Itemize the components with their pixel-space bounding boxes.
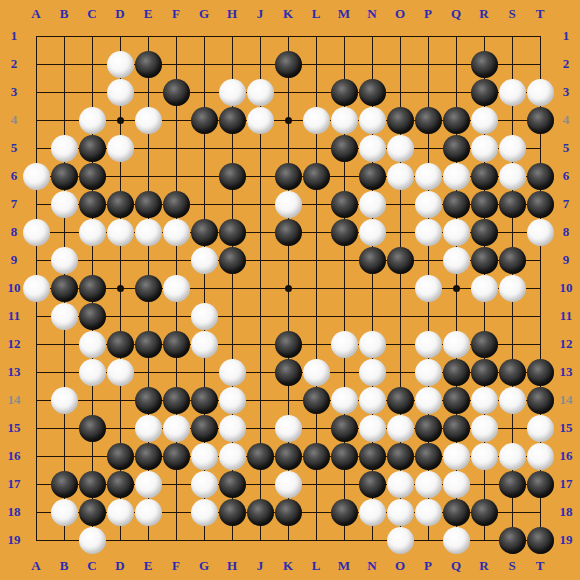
- white-stone: [359, 387, 386, 414]
- white-stone: [23, 163, 50, 190]
- coord-label-right: 9: [555, 252, 577, 268]
- coord-label-bottom: H: [221, 558, 243, 574]
- black-stone: [135, 191, 162, 218]
- black-stone: [471, 79, 498, 106]
- black-stone: [79, 303, 106, 330]
- black-stone: [387, 387, 414, 414]
- white-stone: [107, 219, 134, 246]
- coord-label-bottom: M: [333, 558, 355, 574]
- black-stone: [471, 191, 498, 218]
- white-stone: [499, 135, 526, 162]
- white-stone: [135, 471, 162, 498]
- black-stone: [275, 443, 302, 470]
- coord-label-top: M: [333, 6, 355, 22]
- coord-label-left: 2: [3, 56, 25, 72]
- black-stone: [415, 107, 442, 134]
- coord-label-left: 14: [3, 392, 25, 408]
- white-stone: [415, 163, 442, 190]
- coord-label-left: 6: [3, 168, 25, 184]
- coord-label-top: G: [193, 6, 215, 22]
- black-stone: [527, 107, 554, 134]
- white-stone: [387, 135, 414, 162]
- coord-label-bottom: S: [501, 558, 523, 574]
- coord-label-top: D: [109, 6, 131, 22]
- white-stone: [191, 499, 218, 526]
- black-stone: [471, 331, 498, 358]
- coord-label-top: L: [305, 6, 327, 22]
- black-stone: [303, 387, 330, 414]
- coord-label-right: 16: [555, 448, 577, 464]
- white-stone: [359, 135, 386, 162]
- white-stone: [191, 303, 218, 330]
- coord-label-top: T: [529, 6, 551, 22]
- white-stone: [415, 275, 442, 302]
- coord-label-bottom: Q: [445, 558, 467, 574]
- coord-label-right: 14: [555, 392, 577, 408]
- white-stone: [471, 107, 498, 134]
- black-stone: [499, 359, 526, 386]
- white-stone: [79, 107, 106, 134]
- black-stone: [163, 443, 190, 470]
- star-point: [285, 117, 292, 124]
- black-stone: [163, 331, 190, 358]
- white-stone: [191, 471, 218, 498]
- black-stone: [79, 275, 106, 302]
- white-stone: [275, 415, 302, 442]
- black-stone: [219, 163, 246, 190]
- black-stone: [387, 443, 414, 470]
- white-stone: [527, 415, 554, 442]
- black-stone: [331, 499, 358, 526]
- coord-label-right: 3: [555, 84, 577, 100]
- black-stone: [135, 275, 162, 302]
- white-stone: [359, 331, 386, 358]
- black-stone: [527, 359, 554, 386]
- white-stone: [107, 51, 134, 78]
- coord-label-right: 8: [555, 224, 577, 240]
- black-stone: [135, 387, 162, 414]
- coord-label-bottom: E: [137, 558, 159, 574]
- coord-label-top: P: [417, 6, 439, 22]
- white-stone: [51, 499, 78, 526]
- white-stone: [443, 219, 470, 246]
- black-stone: [107, 191, 134, 218]
- coord-label-top: H: [221, 6, 243, 22]
- coord-label-right: 4: [555, 112, 577, 128]
- coord-label-right: 17: [555, 476, 577, 492]
- black-stone: [527, 527, 554, 554]
- white-stone: [359, 107, 386, 134]
- white-stone: [331, 387, 358, 414]
- coord-label-left: 15: [3, 420, 25, 436]
- black-stone: [163, 387, 190, 414]
- coord-label-bottom: D: [109, 558, 131, 574]
- white-stone: [219, 79, 246, 106]
- black-stone: [359, 79, 386, 106]
- white-stone: [51, 303, 78, 330]
- white-stone: [359, 499, 386, 526]
- white-stone: [303, 107, 330, 134]
- coord-label-bottom: L: [305, 558, 327, 574]
- coord-label-bottom: T: [529, 558, 551, 574]
- black-stone: [219, 247, 246, 274]
- coord-label-top: B: [53, 6, 75, 22]
- black-stone: [219, 107, 246, 134]
- white-stone: [247, 79, 274, 106]
- black-stone: [471, 219, 498, 246]
- coord-label-bottom: J: [249, 558, 271, 574]
- coord-label-right: 7: [555, 196, 577, 212]
- coord-label-bottom: G: [193, 558, 215, 574]
- white-stone: [191, 247, 218, 274]
- white-stone: [219, 415, 246, 442]
- grid-line: [36, 316, 541, 317]
- white-stone: [415, 359, 442, 386]
- black-stone: [79, 191, 106, 218]
- black-stone: [51, 275, 78, 302]
- coord-label-left: 19: [3, 532, 25, 548]
- white-stone: [443, 163, 470, 190]
- black-stone: [471, 51, 498, 78]
- white-stone: [107, 499, 134, 526]
- coord-label-top: N: [361, 6, 383, 22]
- coord-label-right: 18: [555, 504, 577, 520]
- white-stone: [135, 415, 162, 442]
- white-stone: [107, 79, 134, 106]
- black-stone: [359, 443, 386, 470]
- black-stone: [443, 107, 470, 134]
- black-stone: [471, 499, 498, 526]
- white-stone: [527, 219, 554, 246]
- coord-label-top: C: [81, 6, 103, 22]
- white-stone: [471, 387, 498, 414]
- coord-label-left: 11: [3, 308, 25, 324]
- white-stone: [387, 499, 414, 526]
- coord-label-right: 11: [555, 308, 577, 324]
- white-stone: [191, 331, 218, 358]
- black-stone: [191, 387, 218, 414]
- coord-label-right: 1: [555, 28, 577, 44]
- black-stone: [359, 163, 386, 190]
- black-stone: [387, 107, 414, 134]
- white-stone: [415, 471, 442, 498]
- white-stone: [51, 135, 78, 162]
- white-stone: [499, 163, 526, 190]
- white-stone: [219, 443, 246, 470]
- coord-label-right: 2: [555, 56, 577, 72]
- coord-label-top: S: [501, 6, 523, 22]
- white-stone: [135, 219, 162, 246]
- white-stone: [443, 443, 470, 470]
- coord-label-left: 18: [3, 504, 25, 520]
- white-stone: [135, 499, 162, 526]
- white-stone: [51, 247, 78, 274]
- coord-label-left: 7: [3, 196, 25, 212]
- coord-label-left: 13: [3, 364, 25, 380]
- white-stone: [443, 527, 470, 554]
- white-stone: [23, 275, 50, 302]
- white-stone: [79, 331, 106, 358]
- white-stone: [359, 219, 386, 246]
- black-stone: [219, 471, 246, 498]
- coord-label-top: J: [249, 6, 271, 22]
- black-stone: [191, 415, 218, 442]
- black-stone: [79, 415, 106, 442]
- black-stone: [79, 499, 106, 526]
- white-stone: [471, 443, 498, 470]
- black-stone: [527, 471, 554, 498]
- coord-label-right: 15: [555, 420, 577, 436]
- black-stone: [359, 247, 386, 274]
- black-stone: [163, 79, 190, 106]
- black-stone: [219, 499, 246, 526]
- white-stone: [471, 135, 498, 162]
- white-stone: [79, 219, 106, 246]
- white-stone: [415, 387, 442, 414]
- white-stone: [79, 359, 106, 386]
- black-stone: [163, 191, 190, 218]
- white-stone: [387, 415, 414, 442]
- white-stone: [415, 331, 442, 358]
- black-stone: [135, 51, 162, 78]
- black-stone: [51, 163, 78, 190]
- black-stone: [79, 471, 106, 498]
- coord-label-right: 10: [555, 280, 577, 296]
- black-stone: [247, 499, 274, 526]
- black-stone: [303, 443, 330, 470]
- white-stone: [163, 415, 190, 442]
- black-stone: [527, 387, 554, 414]
- black-stone: [331, 443, 358, 470]
- coord-label-right: 12: [555, 336, 577, 352]
- black-stone: [79, 135, 106, 162]
- black-stone: [247, 443, 274, 470]
- black-stone: [107, 471, 134, 498]
- white-stone: [387, 471, 414, 498]
- coord-label-bottom: O: [389, 558, 411, 574]
- black-stone: [331, 415, 358, 442]
- black-stone: [527, 191, 554, 218]
- go-board[interactable]: AABBCCDDEEFFGGHHJJKKLLMMNNOOPPQQRRSSTT11…: [0, 0, 580, 580]
- black-stone: [415, 415, 442, 442]
- black-stone: [443, 499, 470, 526]
- black-stone: [331, 79, 358, 106]
- white-stone: [219, 387, 246, 414]
- coord-label-bottom: K: [277, 558, 299, 574]
- coord-label-top: O: [389, 6, 411, 22]
- coord-label-bottom: F: [165, 558, 187, 574]
- white-stone: [135, 107, 162, 134]
- black-stone: [471, 359, 498, 386]
- black-stone: [275, 359, 302, 386]
- coord-label-bottom: R: [473, 558, 495, 574]
- coord-label-left: 10: [3, 280, 25, 296]
- white-stone: [51, 387, 78, 414]
- white-stone: [443, 331, 470, 358]
- black-stone: [471, 247, 498, 274]
- black-stone: [331, 219, 358, 246]
- white-stone: [499, 275, 526, 302]
- black-stone: [443, 415, 470, 442]
- black-stone: [359, 471, 386, 498]
- white-stone: [107, 359, 134, 386]
- star-point: [117, 285, 124, 292]
- coord-label-left: 16: [3, 448, 25, 464]
- white-stone: [79, 527, 106, 554]
- white-stone: [387, 163, 414, 190]
- coord-label-left: 9: [3, 252, 25, 268]
- coord-label-bottom: B: [53, 558, 75, 574]
- black-stone: [499, 247, 526, 274]
- white-stone: [23, 219, 50, 246]
- white-stone: [499, 387, 526, 414]
- black-stone: [107, 443, 134, 470]
- coord-label-left: 4: [3, 112, 25, 128]
- white-stone: [443, 247, 470, 274]
- coord-label-left: 1: [3, 28, 25, 44]
- black-stone: [443, 135, 470, 162]
- white-stone: [359, 359, 386, 386]
- black-stone: [275, 163, 302, 190]
- white-stone: [107, 135, 134, 162]
- black-stone: [443, 191, 470, 218]
- white-stone: [415, 499, 442, 526]
- white-stone: [331, 331, 358, 358]
- white-stone: [443, 471, 470, 498]
- white-stone: [247, 107, 274, 134]
- coord-label-top: E: [137, 6, 159, 22]
- coord-label-top: F: [165, 6, 187, 22]
- black-stone: [135, 331, 162, 358]
- coord-label-top: A: [25, 6, 47, 22]
- coord-label-right: 6: [555, 168, 577, 184]
- white-stone: [499, 79, 526, 106]
- star-point: [285, 285, 292, 292]
- coord-label-bottom: P: [417, 558, 439, 574]
- black-stone: [443, 387, 470, 414]
- black-stone: [499, 471, 526, 498]
- white-stone: [527, 79, 554, 106]
- white-stone: [275, 191, 302, 218]
- black-stone: [107, 331, 134, 358]
- white-stone: [359, 191, 386, 218]
- coord-label-left: 17: [3, 476, 25, 492]
- coord-label-right: 19: [555, 532, 577, 548]
- black-stone: [499, 191, 526, 218]
- coord-label-left: 12: [3, 336, 25, 352]
- black-stone: [219, 219, 246, 246]
- coord-label-left: 8: [3, 224, 25, 240]
- coord-label-top: Q: [445, 6, 467, 22]
- black-stone: [303, 163, 330, 190]
- black-stone: [275, 331, 302, 358]
- white-stone: [471, 275, 498, 302]
- white-stone: [499, 443, 526, 470]
- black-stone: [191, 107, 218, 134]
- coord-label-left: 3: [3, 84, 25, 100]
- white-stone: [471, 415, 498, 442]
- black-stone: [415, 443, 442, 470]
- star-point: [453, 285, 460, 292]
- coord-label-left: 5: [3, 140, 25, 156]
- coord-label-bottom: N: [361, 558, 383, 574]
- white-stone: [387, 527, 414, 554]
- coord-label-right: 13: [555, 364, 577, 380]
- white-stone: [219, 359, 246, 386]
- black-stone: [275, 219, 302, 246]
- coord-label-right: 5: [555, 140, 577, 156]
- white-stone: [191, 443, 218, 470]
- black-stone: [499, 527, 526, 554]
- white-stone: [527, 443, 554, 470]
- white-stone: [415, 219, 442, 246]
- coord-label-bottom: A: [25, 558, 47, 574]
- white-stone: [415, 191, 442, 218]
- coord-label-top: R: [473, 6, 495, 22]
- black-stone: [135, 443, 162, 470]
- black-stone: [275, 499, 302, 526]
- white-stone: [163, 275, 190, 302]
- black-stone: [331, 191, 358, 218]
- black-stone: [331, 135, 358, 162]
- white-stone: [163, 219, 190, 246]
- white-stone: [331, 107, 358, 134]
- black-stone: [471, 163, 498, 190]
- white-stone: [51, 191, 78, 218]
- black-stone: [443, 359, 470, 386]
- black-stone: [191, 219, 218, 246]
- black-stone: [387, 247, 414, 274]
- coord-label-top: K: [277, 6, 299, 22]
- coord-label-bottom: C: [81, 558, 103, 574]
- star-point: [117, 117, 124, 124]
- white-stone: [303, 359, 330, 386]
- black-stone: [79, 163, 106, 190]
- white-stone: [275, 471, 302, 498]
- black-stone: [527, 163, 554, 190]
- black-stone: [275, 51, 302, 78]
- black-stone: [51, 471, 78, 498]
- white-stone: [359, 415, 386, 442]
